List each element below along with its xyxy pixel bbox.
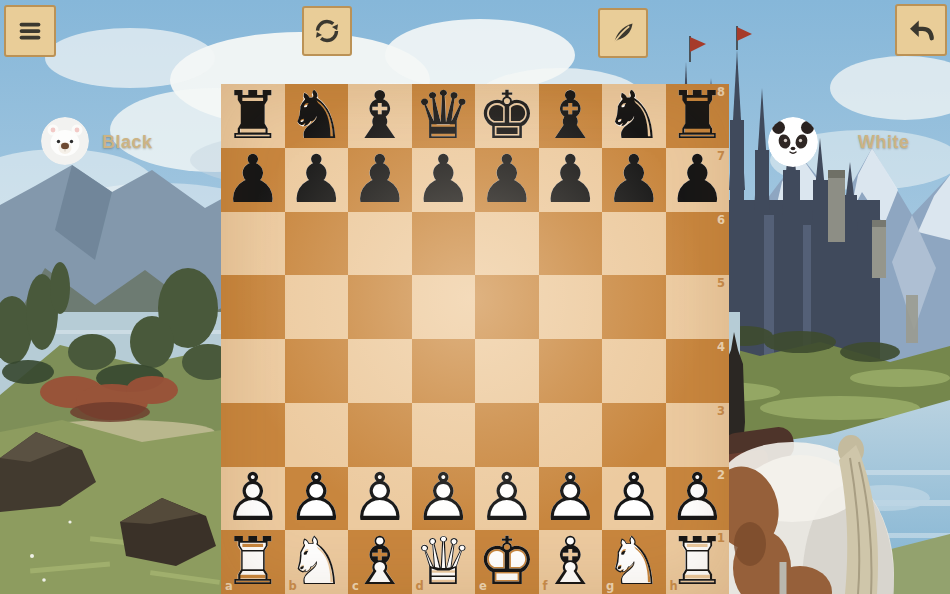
square-a6[interactable] xyxy=(221,212,285,276)
white-player-label: White xyxy=(858,132,910,153)
piece-white-king[interactable]: ♚♔ xyxy=(475,530,539,594)
square-h7[interactable]: 7♙♟ xyxy=(666,148,730,212)
square-h2[interactable]: 2♟♙ xyxy=(666,467,730,531)
square-c6[interactable] xyxy=(348,212,412,276)
piece-black-knight[interactable]: ♘♞ xyxy=(602,84,666,148)
piece-black-queen[interactable]: ♕♛ xyxy=(412,84,476,148)
piece-black-pawn[interactable]: ♙♟ xyxy=(412,148,476,212)
square-e2[interactable]: ♟♙ xyxy=(475,467,539,531)
square-f6[interactable] xyxy=(539,212,603,276)
square-f5[interactable] xyxy=(539,275,603,339)
square-f1[interactable]: f♝♗ xyxy=(539,530,603,594)
hamburger-icon xyxy=(15,16,45,46)
piece-black-pawn[interactable]: ♙♟ xyxy=(221,148,285,212)
piece-white-pawn[interactable]: ♟♙ xyxy=(666,467,730,531)
piece-black-pawn[interactable]: ♙♟ xyxy=(348,148,412,212)
square-f2[interactable]: ♟♙ xyxy=(539,467,603,531)
square-c2[interactable]: ♟♙ xyxy=(348,467,412,531)
square-g4[interactable] xyxy=(602,339,666,403)
square-h8[interactable]: 8♖♜ xyxy=(666,84,730,148)
square-h4[interactable]: 4 xyxy=(666,339,730,403)
square-a5[interactable] xyxy=(221,275,285,339)
square-g6[interactable] xyxy=(602,212,666,276)
piece-black-knight[interactable]: ♘♞ xyxy=(285,84,349,148)
square-c7[interactable]: ♙♟ xyxy=(348,148,412,212)
piece-black-bishop[interactable]: ♗♝ xyxy=(539,84,603,148)
square-c3[interactable] xyxy=(348,403,412,467)
square-b3[interactable] xyxy=(285,403,349,467)
square-d1[interactable]: d♛♕ xyxy=(412,530,476,594)
piece-white-pawn[interactable]: ♟♙ xyxy=(221,467,285,531)
piece-white-bishop[interactable]: ♝♗ xyxy=(348,530,412,594)
square-b4[interactable] xyxy=(285,339,349,403)
square-c4[interactable] xyxy=(348,339,412,403)
square-c1[interactable]: c♝♗ xyxy=(348,530,412,594)
rank-label-5: 5 xyxy=(717,278,725,290)
square-a4[interactable] xyxy=(221,339,285,403)
square-e7[interactable]: ♙♟ xyxy=(475,148,539,212)
piece-white-pawn[interactable]: ♟♙ xyxy=(602,467,666,531)
square-g7[interactable]: ♙♟ xyxy=(602,148,666,212)
piece-black-bishop[interactable]: ♗♝ xyxy=(348,84,412,148)
piece-white-rook[interactable]: ♜♖ xyxy=(221,530,285,594)
square-b7[interactable]: ♙♟ xyxy=(285,148,349,212)
piece-black-pawn[interactable]: ♙♟ xyxy=(666,148,730,212)
square-d5[interactable] xyxy=(412,275,476,339)
piece-white-queen[interactable]: ♛♕ xyxy=(412,530,476,594)
piece-white-pawn[interactable]: ♟♙ xyxy=(475,467,539,531)
restart-button[interactable] xyxy=(302,6,352,56)
square-a2[interactable]: ♟♙ xyxy=(221,467,285,531)
square-b2[interactable]: ♟♙ xyxy=(285,467,349,531)
panda-avatar xyxy=(768,117,818,167)
square-g1[interactable]: g♞♘ xyxy=(602,530,666,594)
square-f7[interactable]: ♙♟ xyxy=(539,148,603,212)
square-f8[interactable]: ♗♝ xyxy=(539,84,603,148)
piece-black-pawn[interactable]: ♙♟ xyxy=(475,148,539,212)
piece-white-bishop[interactable]: ♝♗ xyxy=(539,530,603,594)
piece-white-knight[interactable]: ♞♘ xyxy=(285,530,349,594)
square-c5[interactable] xyxy=(348,275,412,339)
square-f3[interactable] xyxy=(539,403,603,467)
square-e6[interactable] xyxy=(475,212,539,276)
square-e1[interactable]: e♚♔ xyxy=(475,530,539,594)
piece-black-rook[interactable]: ♖♜ xyxy=(666,84,730,148)
square-d8[interactable]: ♕♛ xyxy=(412,84,476,148)
game-screen: Black White ♖♜♘♞♗♝♕♛♔♚♗♝♘♞8♖♜♙♟♙♟♙♟♙♟♙♟♙… xyxy=(0,0,950,594)
undo-button[interactable] xyxy=(895,4,947,56)
piece-black-king[interactable]: ♔♚ xyxy=(475,84,539,148)
chess-board[interactable]: ♖♜♘♞♗♝♕♛♔♚♗♝♘♞8♖♜♙♟♙♟♙♟♙♟♙♟♙♟♙♟7♙♟6543♟♙… xyxy=(221,84,729,594)
square-c8[interactable]: ♗♝ xyxy=(348,84,412,148)
piece-white-knight[interactable]: ♞♘ xyxy=(602,530,666,594)
square-d2[interactable]: ♟♙ xyxy=(412,467,476,531)
square-d6[interactable] xyxy=(412,212,476,276)
square-g5[interactable] xyxy=(602,275,666,339)
polar-bear-avatar xyxy=(41,117,89,165)
piece-white-pawn[interactable]: ♟♙ xyxy=(348,467,412,531)
square-g8[interactable]: ♘♞ xyxy=(602,84,666,148)
square-g3[interactable] xyxy=(602,403,666,467)
square-e8[interactable]: ♔♚ xyxy=(475,84,539,148)
square-a3[interactable] xyxy=(221,403,285,467)
square-a8[interactable]: ♖♜ xyxy=(221,84,285,148)
rank-label-6: 6 xyxy=(717,215,725,227)
square-d7[interactable]: ♙♟ xyxy=(412,148,476,212)
rank-label-3: 3 xyxy=(717,406,725,418)
square-b5[interactable] xyxy=(285,275,349,339)
piece-black-pawn[interactable]: ♙♟ xyxy=(602,148,666,212)
square-e3[interactable] xyxy=(475,403,539,467)
square-f4[interactable] xyxy=(539,339,603,403)
square-a1[interactable]: a♜♖ xyxy=(221,530,285,594)
square-b6[interactable] xyxy=(285,212,349,276)
square-h3[interactable]: 3 xyxy=(666,403,730,467)
piece-black-pawn[interactable]: ♙♟ xyxy=(285,148,349,212)
refresh-icon xyxy=(312,16,342,46)
notation-button[interactable] xyxy=(598,8,648,58)
piece-white-pawn[interactable]: ♟♙ xyxy=(539,467,603,531)
piece-black-rook[interactable]: ♖♜ xyxy=(221,84,285,148)
black-player-label: Black xyxy=(102,132,153,153)
square-e4[interactable] xyxy=(475,339,539,403)
square-b1[interactable]: b♞♘ xyxy=(285,530,349,594)
piece-black-pawn[interactable]: ♙♟ xyxy=(539,148,603,212)
square-h1[interactable]: 1h♜♖ xyxy=(666,530,730,594)
piece-white-pawn[interactable]: ♟♙ xyxy=(285,467,349,531)
undo-icon xyxy=(906,15,936,45)
square-h6[interactable]: 6 xyxy=(666,212,730,276)
square-d4[interactable] xyxy=(412,339,476,403)
piece-white-pawn[interactable]: ♟♙ xyxy=(412,467,476,531)
square-g2[interactable]: ♟♙ xyxy=(602,467,666,531)
square-h5[interactable]: 5 xyxy=(666,275,730,339)
rank-label-4: 4 xyxy=(717,342,725,354)
menu-button[interactable] xyxy=(4,5,56,57)
square-d3[interactable] xyxy=(412,403,476,467)
piece-white-rook[interactable]: ♜♖ xyxy=(666,530,730,594)
square-a7[interactable]: ♙♟ xyxy=(221,148,285,212)
square-b8[interactable]: ♘♞ xyxy=(285,84,349,148)
feather-icon xyxy=(608,18,638,48)
square-e5[interactable] xyxy=(475,275,539,339)
